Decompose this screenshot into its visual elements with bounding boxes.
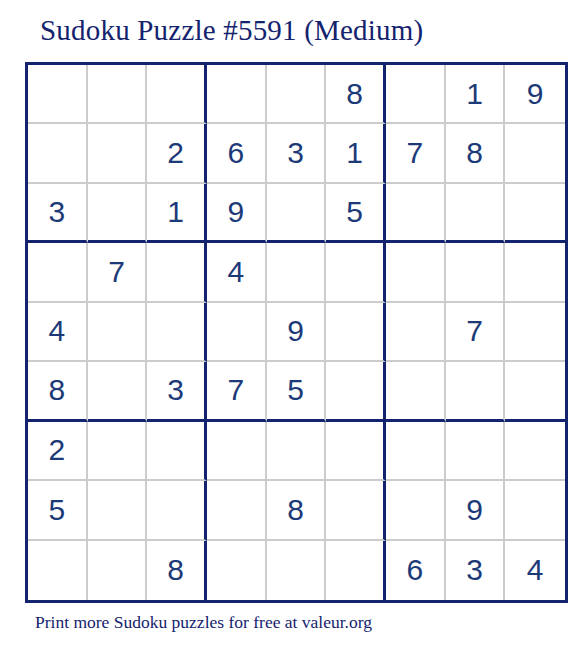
cell-r7c8[interactable] (446, 422, 506, 481)
cell-r1c4[interactable] (207, 65, 267, 124)
cell-r9c1[interactable] (28, 541, 88, 600)
cell-r2c6-given[interactable]: 1 (326, 124, 386, 183)
cell-r8c6[interactable] (326, 481, 386, 540)
cell-r7c7[interactable] (386, 422, 446, 481)
cell-r4c6[interactable] (326, 243, 386, 302)
cell-r6c2[interactable] (88, 362, 148, 421)
cell-r2c3-given[interactable]: 2 (147, 124, 207, 183)
cell-r1c8-given[interactable]: 1 (446, 65, 506, 124)
cell-r3c9[interactable] (505, 184, 565, 243)
cell-r6c6[interactable] (326, 362, 386, 421)
cell-r3c2[interactable] (88, 184, 148, 243)
cell-r5c5-given[interactable]: 9 (267, 303, 327, 362)
cell-r5c7[interactable] (386, 303, 446, 362)
cell-r4c3[interactable] (147, 243, 207, 302)
cell-r1c6-given[interactable]: 8 (326, 65, 386, 124)
footer-note: Print more Sudoku puzzles for free at va… (35, 612, 372, 633)
cell-r3c6-given[interactable]: 5 (326, 184, 386, 243)
cell-r5c4[interactable] (207, 303, 267, 362)
cell-r1c9-given[interactable]: 9 (505, 65, 565, 124)
cell-r2c2[interactable] (88, 124, 148, 183)
cell-r1c7[interactable] (386, 65, 446, 124)
cell-r4c2-given[interactable]: 7 (88, 243, 148, 302)
cell-r8c5-given[interactable]: 8 (267, 481, 327, 540)
cell-r4c1[interactable] (28, 243, 88, 302)
cell-r1c2[interactable] (88, 65, 148, 124)
cell-r8c1-given[interactable]: 5 (28, 481, 88, 540)
cell-r6c4-given[interactable]: 7 (207, 362, 267, 421)
cell-r5c6[interactable] (326, 303, 386, 362)
cell-r7c1-given[interactable]: 2 (28, 422, 88, 481)
cell-r4c9[interactable] (505, 243, 565, 302)
cell-r3c4-given[interactable]: 9 (207, 184, 267, 243)
cell-r6c1-given[interactable]: 8 (28, 362, 88, 421)
cell-r9c6[interactable] (326, 541, 386, 600)
cell-r6c9[interactable] (505, 362, 565, 421)
cell-r5c8-given[interactable]: 7 (446, 303, 506, 362)
cell-r5c3[interactable] (147, 303, 207, 362)
cell-r9c3-given[interactable]: 8 (147, 541, 207, 600)
cell-r7c3[interactable] (147, 422, 207, 481)
cell-r3c8[interactable] (446, 184, 506, 243)
cell-r9c7-given[interactable]: 6 (386, 541, 446, 600)
cell-r7c4[interactable] (207, 422, 267, 481)
cell-r6c3-given[interactable]: 3 (147, 362, 207, 421)
cell-r3c1-given[interactable]: 3 (28, 184, 88, 243)
cell-r6c5-given[interactable]: 5 (267, 362, 327, 421)
cell-r7c5[interactable] (267, 422, 327, 481)
cell-r5c9[interactable] (505, 303, 565, 362)
cell-r2c7-given[interactable]: 7 (386, 124, 446, 183)
cell-r3c7[interactable] (386, 184, 446, 243)
cell-r2c4-given[interactable]: 6 (207, 124, 267, 183)
cell-r2c9[interactable] (505, 124, 565, 183)
cell-r9c4[interactable] (207, 541, 267, 600)
cell-r7c2[interactable] (88, 422, 148, 481)
cell-r4c5[interactable] (267, 243, 327, 302)
cell-r9c2[interactable] (88, 541, 148, 600)
cell-r2c1[interactable] (28, 124, 88, 183)
cell-r6c8[interactable] (446, 362, 506, 421)
cell-r1c5[interactable] (267, 65, 327, 124)
cell-r3c5[interactable] (267, 184, 327, 243)
cell-r4c8[interactable] (446, 243, 506, 302)
cell-r6c7[interactable] (386, 362, 446, 421)
cell-r5c1-given[interactable]: 4 (28, 303, 88, 362)
cell-r9c9-given[interactable]: 4 (505, 541, 565, 600)
cell-r8c9[interactable] (505, 481, 565, 540)
cell-r4c4-given[interactable]: 4 (207, 243, 267, 302)
cell-r8c3[interactable] (147, 481, 207, 540)
cell-r1c1[interactable] (28, 65, 88, 124)
cell-r4c7[interactable] (386, 243, 446, 302)
cell-r1c3[interactable] (147, 65, 207, 124)
cell-r8c4[interactable] (207, 481, 267, 540)
cell-r2c8-given[interactable]: 8 (446, 124, 506, 183)
cell-r2c5-given[interactable]: 3 (267, 124, 327, 183)
cell-r9c8-given[interactable]: 3 (446, 541, 506, 600)
cell-r7c6[interactable] (326, 422, 386, 481)
cell-r8c8-given[interactable]: 9 (446, 481, 506, 540)
cell-r3c3-given[interactable]: 1 (147, 184, 207, 243)
cell-r5c2[interactable] (88, 303, 148, 362)
cell-r8c2[interactable] (88, 481, 148, 540)
sudoku-grid: 819263178319574497837525898634 (25, 62, 568, 603)
cell-r9c5[interactable] (267, 541, 327, 600)
cell-r8c7[interactable] (386, 481, 446, 540)
cell-r7c9[interactable] (505, 422, 565, 481)
page-title: Sudoku Puzzle #5591 (Medium) (40, 14, 423, 47)
